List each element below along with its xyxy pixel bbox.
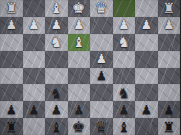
square-h4[interactable]	[0, 51, 23, 68]
white-rook-a1: ♜	[162, 0, 175, 16]
square-g5[interactable]	[23, 68, 46, 85]
square-e5[interactable]	[68, 68, 91, 85]
square-c6[interactable]: ♞	[113, 84, 136, 101]
square-f4[interactable]	[45, 51, 68, 68]
square-a7[interactable]: ♟	[158, 101, 181, 118]
white-pawn-h2: ♟	[6, 17, 17, 33]
black-pawn-c7: ♟	[118, 101, 129, 117]
square-g1[interactable]	[23, 0, 46, 17]
black-pawn-a7: ♟	[163, 101, 174, 117]
black-bishop-f8: ♝	[50, 118, 63, 134]
square-a5[interactable]	[158, 68, 181, 85]
white-knight-f3: ♞	[50, 34, 63, 50]
black-rook-h8: ♜	[5, 118, 18, 134]
square-c1[interactable]	[113, 0, 136, 17]
square-a2[interactable]: ♟	[158, 17, 181, 34]
square-h1[interactable]: ♜	[0, 0, 23, 17]
square-e7[interactable]: ♟	[68, 101, 91, 118]
chess-board: ♜♝♚♛♜♟♟♟♟♟♟♟♞♝♞♟♟♞♞♟♟♟♟♟♟♟♜♝♚♛♝♜	[0, 0, 180, 135]
black-pawn-f7: ♟	[51, 101, 62, 117]
square-d1[interactable]: ♛	[90, 0, 113, 17]
black-pawn-b7: ♟	[141, 101, 152, 117]
chess-app-screenshot: ♜♝♚♛♜♟♟♟♟♟♟♟♞♝♞♟♟♞♞♟♟♟♟♟♟♟♜♝♚♛♝♜	[0, 0, 180, 135]
white-pawn-c2: ♟	[118, 17, 129, 33]
square-a8[interactable]: ♜	[158, 118, 181, 135]
white-pawn-f2: ♟	[51, 17, 62, 33]
square-h3[interactable]	[0, 34, 23, 51]
black-pawn-d5: ♟	[96, 67, 107, 83]
square-b6[interactable]	[135, 84, 158, 101]
white-pawn-b2: ♟	[141, 17, 152, 33]
square-h7[interactable]: ♟	[0, 101, 23, 118]
square-h8[interactable]: ♜	[0, 118, 23, 135]
black-king-e8: ♚	[72, 118, 85, 134]
square-h5[interactable]	[0, 68, 23, 85]
white-pawn-g2: ♟	[28, 17, 39, 33]
square-b1[interactable]	[135, 0, 158, 17]
square-e4[interactable]	[68, 51, 91, 68]
square-e8[interactable]: ♚	[68, 118, 91, 135]
square-a3[interactable]	[158, 34, 181, 51]
square-f7[interactable]: ♟	[45, 101, 68, 118]
square-c5[interactable]	[113, 68, 136, 85]
square-d6[interactable]	[90, 84, 113, 101]
square-c2[interactable]: ♟	[113, 17, 136, 34]
square-d2[interactable]	[90, 17, 113, 34]
square-h2[interactable]: ♟	[0, 17, 23, 34]
white-rook-h1: ♜	[5, 0, 18, 16]
square-e3[interactable]: ♝	[68, 34, 91, 51]
white-bishop-f1: ♝	[50, 0, 63, 16]
square-e2[interactable]: ♟	[68, 17, 91, 34]
square-c3[interactable]: ♞	[113, 34, 136, 51]
square-f6[interactable]: ♞	[45, 84, 68, 101]
square-g2[interactable]: ♟	[23, 17, 46, 34]
black-bishop-c8: ♝	[117, 118, 130, 134]
square-c7[interactable]: ♟	[113, 101, 136, 118]
square-c8[interactable]: ♝	[113, 118, 136, 135]
square-h6[interactable]	[0, 84, 23, 101]
square-b5[interactable]	[135, 68, 158, 85]
square-e1[interactable]: ♚	[68, 0, 91, 17]
black-knight-c6: ♞	[117, 84, 130, 100]
square-b2[interactable]: ♟	[135, 17, 158, 34]
square-d8[interactable]: ♛	[90, 118, 113, 135]
black-pawn-e7: ♟	[73, 101, 84, 117]
square-d3[interactable]	[90, 34, 113, 51]
square-e6[interactable]	[68, 84, 91, 101]
square-a6[interactable]	[158, 84, 181, 101]
square-b3[interactable]	[135, 34, 158, 51]
square-f5[interactable]	[45, 68, 68, 85]
black-rook-a8: ♜	[162, 118, 175, 134]
square-g6[interactable]	[23, 84, 46, 101]
square-b8[interactable]	[135, 118, 158, 135]
black-pawn-h7: ♟	[6, 101, 17, 117]
white-queen-d1: ♛	[95, 0, 108, 16]
white-pawn-e2: ♟	[73, 17, 84, 33]
square-f3[interactable]: ♞	[45, 34, 68, 51]
white-bishop-e3: ♝	[72, 34, 85, 50]
square-g8[interactable]	[23, 118, 46, 135]
white-knight-c3: ♞	[117, 34, 130, 50]
square-b7[interactable]: ♟	[135, 101, 158, 118]
black-queen-d8: ♛	[95, 118, 108, 134]
square-g4[interactable]	[23, 51, 46, 68]
square-c4[interactable]	[113, 51, 136, 68]
black-pawn-g7: ♟	[28, 101, 39, 117]
black-knight-f6: ♞	[50, 84, 63, 100]
square-f8[interactable]: ♝	[45, 118, 68, 135]
square-b4[interactable]	[135, 51, 158, 68]
square-d5[interactable]: ♟	[90, 68, 113, 85]
square-a4[interactable]	[158, 51, 181, 68]
square-f1[interactable]: ♝	[45, 0, 68, 17]
square-f2[interactable]: ♟	[45, 17, 68, 34]
white-king-e1: ♚	[72, 0, 85, 16]
square-a1[interactable]: ♜	[158, 0, 181, 17]
white-pawn-a2: ♟	[163, 17, 174, 33]
square-d7[interactable]	[90, 101, 113, 118]
square-g7[interactable]: ♟	[23, 101, 46, 118]
square-g3[interactable]	[23, 34, 46, 51]
square-d4[interactable]: ♟	[90, 51, 113, 68]
white-pawn-d4: ♟	[96, 51, 107, 67]
